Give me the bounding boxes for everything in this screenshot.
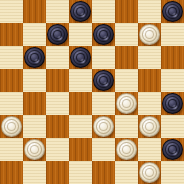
square-e5[interactable] [92, 69, 115, 92]
white-man[interactable] [139, 162, 160, 183]
square-b3[interactable] [23, 115, 46, 138]
square-h5[interactable] [161, 69, 184, 92]
square-e1[interactable] [92, 161, 115, 184]
square-e7[interactable] [92, 23, 115, 46]
square-d3[interactable] [69, 115, 92, 138]
square-e2[interactable] [92, 138, 115, 161]
square-g1[interactable] [138, 161, 161, 184]
white-man[interactable] [93, 116, 114, 137]
square-h1[interactable] [161, 161, 184, 184]
square-a5[interactable] [0, 69, 23, 92]
white-man[interactable] [116, 93, 137, 114]
square-d5[interactable] [69, 69, 92, 92]
white-man[interactable] [116, 139, 137, 160]
square-b2[interactable] [23, 138, 46, 161]
square-a4[interactable] [0, 92, 23, 115]
square-d1[interactable] [69, 161, 92, 184]
square-g8[interactable] [138, 0, 161, 23]
black-man[interactable] [162, 139, 183, 160]
square-a6[interactable] [0, 46, 23, 69]
square-h3[interactable] [161, 115, 184, 138]
black-man[interactable] [70, 1, 91, 22]
square-b5[interactable] [23, 69, 46, 92]
square-c4[interactable] [46, 92, 69, 115]
square-f3[interactable] [115, 115, 138, 138]
square-f5[interactable] [115, 69, 138, 92]
square-d6[interactable] [69, 46, 92, 69]
square-d7[interactable] [69, 23, 92, 46]
square-h8[interactable] [161, 0, 184, 23]
square-c8[interactable] [46, 0, 69, 23]
square-g4[interactable] [138, 92, 161, 115]
square-f1[interactable] [115, 161, 138, 184]
square-f7[interactable] [115, 23, 138, 46]
square-c7[interactable] [46, 23, 69, 46]
square-h2[interactable] [161, 138, 184, 161]
black-man[interactable] [47, 24, 68, 45]
white-man[interactable] [139, 24, 160, 45]
square-a8[interactable] [0, 0, 23, 23]
square-g3[interactable] [138, 115, 161, 138]
square-h7[interactable] [161, 23, 184, 46]
square-c5[interactable] [46, 69, 69, 92]
square-g5[interactable] [138, 69, 161, 92]
square-e6[interactable] [92, 46, 115, 69]
square-d2[interactable] [69, 138, 92, 161]
white-man[interactable] [1, 116, 22, 137]
black-man[interactable] [93, 24, 114, 45]
square-f4[interactable] [115, 92, 138, 115]
square-g7[interactable] [138, 23, 161, 46]
square-a1[interactable] [0, 161, 23, 184]
square-a7[interactable] [0, 23, 23, 46]
black-man[interactable] [93, 70, 114, 91]
square-f6[interactable] [115, 46, 138, 69]
square-c1[interactable] [46, 161, 69, 184]
square-e4[interactable] [92, 92, 115, 115]
black-man[interactable] [162, 93, 183, 114]
square-f8[interactable] [115, 0, 138, 23]
checkers-board [0, 0, 184, 184]
square-b8[interactable] [23, 0, 46, 23]
square-b1[interactable] [23, 161, 46, 184]
black-man[interactable] [24, 47, 45, 68]
square-h4[interactable] [161, 92, 184, 115]
square-e3[interactable] [92, 115, 115, 138]
square-h6[interactable] [161, 46, 184, 69]
square-b7[interactable] [23, 23, 46, 46]
square-d8[interactable] [69, 0, 92, 23]
square-b4[interactable] [23, 92, 46, 115]
white-man[interactable] [139, 116, 160, 137]
square-c3[interactable] [46, 115, 69, 138]
square-f2[interactable] [115, 138, 138, 161]
square-g6[interactable] [138, 46, 161, 69]
square-c2[interactable] [46, 138, 69, 161]
black-man[interactable] [162, 1, 183, 22]
square-a2[interactable] [0, 138, 23, 161]
square-b6[interactable] [23, 46, 46, 69]
square-e8[interactable] [92, 0, 115, 23]
square-c6[interactable] [46, 46, 69, 69]
square-d4[interactable] [69, 92, 92, 115]
square-g2[interactable] [138, 138, 161, 161]
square-a3[interactable] [0, 115, 23, 138]
white-man[interactable] [24, 139, 45, 160]
black-man[interactable] [70, 47, 91, 68]
